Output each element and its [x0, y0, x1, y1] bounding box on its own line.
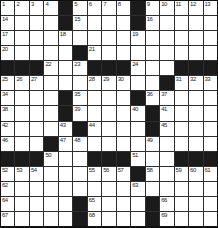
black-cell-r11c14 — [189, 152, 202, 166]
cell-r12c15[interactable]: 61 — [204, 167, 217, 181]
clue-number-37: 37 — [161, 91, 167, 98]
clue-number-26: 26 — [16, 76, 22, 83]
cell-r8c14[interactable] — [189, 106, 202, 120]
black-cell-r5c7 — [88, 61, 101, 75]
cell-r13c15[interactable] — [204, 182, 217, 196]
cell-r6c3[interactable]: 27 — [30, 76, 43, 90]
cell-r10c12[interactable] — [160, 137, 173, 151]
cell-r9c12[interactable]: 45 — [160, 122, 173, 136]
cell-r12c6[interactable] — [73, 167, 86, 181]
black-cell-r8c11 — [146, 106, 159, 120]
clue-number-24: 24 — [132, 61, 138, 68]
clue-number-32: 32 — [190, 76, 196, 83]
cell-r7c12[interactable]: 37 — [160, 91, 173, 105]
clue-number-45: 45 — [161, 122, 167, 129]
cell-r7c15[interactable] — [204, 91, 217, 105]
cell-r3c9[interactable] — [117, 31, 130, 45]
cell-r14c7[interactable]: 65 — [88, 197, 101, 211]
cell-r7c1[interactable]: 34 — [1, 91, 14, 105]
cell-r9c14[interactable] — [189, 122, 202, 136]
clue-number-51: 51 — [132, 152, 138, 159]
cell-r6c15[interactable]: 33 — [204, 76, 217, 90]
cell-r12c5[interactable] — [59, 167, 72, 181]
cell-r1c6[interactable]: 5 — [73, 1, 86, 15]
cell-r3c10[interactable]: 19 — [131, 31, 144, 45]
cell-r13c11[interactable] — [146, 182, 159, 196]
cell-r1c12[interactable]: 10 — [160, 1, 173, 15]
cell-r13c8[interactable] — [102, 182, 115, 196]
cell-r4c14[interactable] — [189, 46, 202, 60]
cell-r2c12[interactable] — [160, 16, 173, 30]
cell-r8c13[interactable] — [175, 106, 188, 120]
cell-r9c8[interactable] — [102, 122, 115, 136]
cell-r14c4[interactable] — [44, 197, 57, 211]
cell-r2c1[interactable]: 14 — [1, 16, 14, 30]
cell-r1c11[interactable]: 9 — [146, 1, 159, 15]
clue-number-14: 14 — [2, 16, 8, 23]
black-cell-r4c6 — [73, 46, 86, 60]
cell-r5c5[interactable] — [59, 61, 72, 75]
cell-r6c11[interactable] — [146, 76, 159, 90]
cell-r2c8[interactable] — [102, 16, 115, 30]
clue-number-22: 22 — [45, 61, 51, 68]
black-cell-r5c14 — [189, 61, 202, 75]
cell-r15c2[interactable] — [15, 212, 28, 226]
clue-number-54: 54 — [31, 167, 37, 174]
cell-r15c5[interactable] — [59, 212, 72, 226]
cell-r6c6[interactable] — [73, 76, 86, 90]
cell-r3c7[interactable] — [88, 31, 101, 45]
cell-r8c8[interactable] — [102, 106, 115, 120]
cell-r10c13[interactable] — [175, 137, 188, 151]
cell-r13c2[interactable] — [15, 182, 28, 196]
cell-r6c7[interactable]: 28 — [88, 76, 101, 90]
black-cell-r9c6 — [73, 122, 86, 136]
clue-number-59: 59 — [176, 167, 182, 174]
black-cell-r2c10 — [131, 16, 144, 30]
cell-r10c15[interactable] — [204, 137, 217, 151]
cell-r4c2[interactable] — [15, 46, 28, 60]
cell-r9c13[interactable] — [175, 122, 188, 136]
clue-number-6: 6 — [89, 1, 92, 8]
cell-r12c2[interactable]: 53 — [15, 167, 28, 181]
clue-number-58: 58 — [147, 167, 153, 174]
cell-r14c1[interactable]: 64 — [1, 197, 14, 211]
cell-r4c13[interactable] — [175, 46, 188, 60]
cell-r6c1[interactable]: 25 — [1, 76, 14, 90]
cell-r3c12[interactable] — [160, 31, 173, 45]
clue-number-44: 44 — [89, 122, 95, 129]
cell-r12c3[interactable]: 54 — [30, 167, 43, 181]
cell-r2c3[interactable] — [30, 16, 43, 30]
cell-r8c3[interactable] — [30, 106, 43, 120]
clue-number-57: 57 — [118, 167, 124, 174]
clue-number-60: 60 — [190, 167, 196, 174]
clue-number-3: 3 — [31, 1, 34, 8]
cell-r7c4[interactable] — [44, 91, 57, 105]
cell-r2c9[interactable] — [117, 16, 130, 30]
black-cell-r5c1 — [1, 61, 14, 75]
cell-r8c1[interactable]: 38 — [1, 106, 14, 120]
cell-r13c9[interactable] — [117, 182, 130, 196]
clue-number-43: 43 — [60, 122, 66, 129]
clue-number-8: 8 — [118, 1, 121, 8]
cell-r4c4[interactable] — [44, 46, 57, 60]
clue-number-4: 4 — [45, 1, 48, 8]
cell-r5c6[interactable]: 23 — [73, 61, 86, 75]
cell-r7c2[interactable] — [15, 91, 28, 105]
black-cell-r5c2 — [15, 61, 28, 75]
cell-r15c8[interactable] — [102, 212, 115, 226]
black-cell-r5c15 — [204, 61, 217, 75]
cell-r14c8[interactable] — [102, 197, 115, 211]
cell-r4c3[interactable] — [30, 46, 43, 60]
cell-r9c2[interactable] — [15, 122, 28, 136]
clue-number-41: 41 — [161, 106, 167, 113]
cell-r4c10[interactable] — [131, 46, 144, 60]
cell-r3c13[interactable] — [175, 31, 188, 45]
cell-r9c10[interactable] — [131, 122, 144, 136]
cell-r12c7[interactable]: 55 — [88, 167, 101, 181]
black-cell-r11c1 — [1, 152, 14, 166]
cell-r6c10[interactable] — [131, 76, 144, 90]
cell-r11c6[interactable] — [73, 152, 86, 166]
cell-r2c6[interactable]: 15 — [73, 16, 86, 30]
cell-r6c8[interactable]: 29 — [102, 76, 115, 90]
cell-r9c15[interactable] — [204, 122, 217, 136]
clue-number-34: 34 — [2, 91, 8, 98]
clue-number-61: 61 — [205, 167, 211, 174]
cell-r1c15[interactable]: 13 — [204, 1, 217, 15]
black-cell-r8c5 — [59, 106, 72, 120]
cell-r10c7[interactable] — [88, 137, 101, 151]
cell-r3c8[interactable] — [102, 31, 115, 45]
cell-r11c5[interactable] — [59, 152, 72, 166]
cell-r7c14[interactable] — [189, 91, 202, 105]
cell-r8c12[interactable]: 41 — [160, 106, 173, 120]
cell-r15c9[interactable] — [117, 212, 130, 226]
cell-r7c9[interactable] — [117, 91, 130, 105]
cell-r5c10[interactable]: 24 — [131, 61, 144, 75]
cell-r4c7[interactable]: 21 — [88, 46, 101, 60]
black-cell-r11c8 — [102, 152, 115, 166]
cell-r15c14[interactable] — [189, 212, 202, 226]
cell-r11c11[interactable] — [146, 152, 159, 166]
cell-r4c8[interactable] — [102, 46, 115, 60]
clue-number-38: 38 — [2, 106, 8, 113]
cell-r15c12[interactable]: 69 — [160, 212, 173, 226]
cell-r4c15[interactable] — [204, 46, 217, 60]
cell-r2c14[interactable] — [189, 16, 202, 30]
cell-r4c11[interactable] — [146, 46, 159, 60]
cell-r12c8[interactable]: 56 — [102, 167, 115, 181]
clue-number-25: 25 — [2, 76, 8, 83]
cell-r13c12[interactable] — [160, 182, 173, 196]
cell-r1c9[interactable]: 8 — [117, 1, 130, 15]
cell-r10c1[interactable]: 46 — [1, 137, 14, 151]
cell-r4c1[interactable]: 20 — [1, 46, 14, 60]
cell-r15c10[interactable] — [131, 212, 144, 226]
clue-number-21: 21 — [89, 46, 95, 53]
cell-r12c13[interactable]: 59 — [175, 167, 188, 181]
cell-r2c2[interactable] — [15, 16, 28, 30]
cell-r11c12[interactable] — [160, 152, 173, 166]
clue-number-1: 1 — [2, 1, 5, 8]
cell-r1c7[interactable]: 6 — [88, 1, 101, 15]
cell-r4c5[interactable] — [59, 46, 72, 60]
clue-number-17: 17 — [2, 31, 8, 38]
cell-r8c6[interactable]: 39 — [73, 106, 86, 120]
cell-r10c9[interactable] — [117, 137, 130, 151]
cell-r12c4[interactable] — [44, 167, 57, 181]
cell-r6c13[interactable]: 31 — [175, 76, 188, 90]
clue-number-52: 52 — [2, 167, 8, 174]
clue-number-63: 63 — [132, 182, 138, 189]
clue-number-50: 50 — [45, 152, 51, 159]
cell-r1c4[interactable]: 4 — [44, 1, 57, 15]
clue-number-62: 62 — [2, 182, 8, 189]
cell-r3c6[interactable] — [73, 31, 86, 45]
cell-r2c4[interactable] — [44, 16, 57, 30]
black-cell-r14c6 — [73, 197, 86, 211]
cell-r14c10[interactable] — [131, 197, 144, 211]
cell-r4c12[interactable] — [160, 46, 173, 60]
cell-r13c10[interactable]: 63 — [131, 182, 144, 196]
cell-r1c1[interactable]: 1 — [1, 1, 14, 15]
cell-r10c5[interactable]: 47 — [59, 137, 72, 151]
clue-number-36: 36 — [147, 91, 153, 98]
cell-r14c5[interactable] — [59, 197, 72, 211]
black-cell-r11c15 — [204, 152, 217, 166]
cell-r15c15[interactable] — [204, 212, 217, 226]
clue-number-31: 31 — [176, 76, 182, 83]
cell-r3c4[interactable] — [44, 31, 57, 45]
cell-r14c3[interactable] — [30, 197, 43, 211]
cell-r3c2[interactable] — [15, 31, 28, 45]
clue-number-15: 15 — [74, 16, 80, 23]
black-cell-r11c2 — [15, 152, 28, 166]
cell-r8c10[interactable]: 40 — [131, 106, 144, 120]
black-cell-r9c11 — [146, 122, 159, 136]
cell-r12c14[interactable]: 60 — [189, 167, 202, 181]
clue-number-2: 2 — [16, 1, 19, 8]
clue-number-18: 18 — [60, 31, 66, 38]
cell-r14c14[interactable] — [189, 197, 202, 211]
cell-r10c8[interactable] — [102, 137, 115, 151]
cell-r15c13[interactable] — [175, 212, 188, 226]
black-cell-r11c9 — [117, 152, 130, 166]
cell-r2c7[interactable] — [88, 16, 101, 30]
cell-r1c2[interactable]: 2 — [15, 1, 28, 15]
black-cell-r5c3 — [30, 61, 43, 75]
cell-r9c9[interactable] — [117, 122, 130, 136]
clue-number-9: 9 — [147, 1, 150, 8]
cell-r13c6[interactable] — [73, 182, 86, 196]
cell-r10c10[interactable] — [131, 137, 144, 151]
cell-r8c9[interactable] — [117, 106, 130, 120]
cell-r13c4[interactable] — [44, 182, 57, 196]
cell-r1c3[interactable]: 3 — [30, 1, 43, 15]
cell-r1c13[interactable]: 11 — [175, 1, 188, 15]
cell-r11c10[interactable]: 51 — [131, 152, 144, 166]
clue-number-53: 53 — [16, 167, 22, 174]
cell-r8c15[interactable] — [204, 106, 217, 120]
black-cell-r11c7 — [88, 152, 101, 166]
clue-number-67: 67 — [2, 212, 8, 219]
cell-r9c7[interactable]: 44 — [88, 122, 101, 136]
cell-r7c13[interactable] — [175, 91, 188, 105]
cell-r1c8[interactable]: 7 — [102, 1, 115, 15]
black-cell-r15c11 — [146, 212, 159, 226]
clue-number-20: 20 — [2, 46, 8, 53]
cell-r7c3[interactable] — [30, 91, 43, 105]
cell-r8c7[interactable] — [88, 106, 101, 120]
clue-number-42: 42 — [2, 122, 8, 129]
clue-number-5: 5 — [74, 1, 77, 8]
cell-r15c1[interactable]: 67 — [1, 212, 14, 226]
clue-number-7: 7 — [103, 1, 106, 8]
cell-r2c13[interactable] — [175, 16, 188, 30]
crossword-board: 1234567891011121314151617181920212223242… — [0, 0, 218, 228]
black-cell-r7c5 — [59, 91, 72, 105]
black-cell-r12c10 — [131, 167, 144, 181]
cell-r10c6[interactable]: 48 — [73, 137, 86, 151]
cell-r9c5[interactable]: 43 — [59, 122, 72, 136]
cell-r15c4[interactable] — [44, 212, 57, 226]
cell-r9c1[interactable]: 42 — [1, 122, 14, 136]
cell-r4c9[interactable] — [117, 46, 130, 60]
cell-r3c15[interactable] — [204, 31, 217, 45]
clue-number-64: 64 — [2, 197, 8, 204]
cell-r3c11[interactable] — [146, 31, 159, 45]
clue-number-19: 19 — [132, 31, 138, 38]
black-cell-r5c8 — [102, 61, 115, 75]
cell-r13c1[interactable]: 62 — [1, 182, 14, 196]
black-cell-r1c10 — [131, 1, 144, 15]
cell-r10c3[interactable] — [30, 137, 43, 151]
cell-r5c4[interactable]: 22 — [44, 61, 57, 75]
cell-r5c11[interactable] — [146, 61, 159, 75]
clue-number-35: 35 — [74, 91, 80, 98]
cell-r6c9[interactable]: 30 — [117, 76, 130, 90]
clue-number-10: 10 — [161, 1, 167, 8]
clue-number-48: 48 — [74, 137, 80, 144]
cell-r8c4[interactable] — [44, 106, 57, 120]
black-cell-r14c11 — [146, 197, 159, 211]
cell-r2c11[interactable]: 16 — [146, 16, 159, 30]
black-cell-r11c3 — [30, 152, 43, 166]
clue-number-12: 12 — [190, 1, 196, 8]
cell-r9c4[interactable] — [44, 122, 57, 136]
clue-number-11: 11 — [176, 1, 181, 8]
clue-number-68: 68 — [89, 212, 95, 219]
cell-r15c7[interactable]: 68 — [88, 212, 101, 226]
cell-r13c13[interactable] — [175, 182, 188, 196]
cell-r15c3[interactable] — [30, 212, 43, 226]
cell-r7c11[interactable]: 36 — [146, 91, 159, 105]
cell-r3c14[interactable] — [189, 31, 202, 45]
clue-number-66: 66 — [161, 197, 167, 204]
cell-r6c5[interactable] — [59, 76, 72, 90]
cell-r12c9[interactable]: 57 — [117, 167, 130, 181]
cell-r7c6[interactable]: 35 — [73, 91, 86, 105]
cell-r13c14[interactable] — [189, 182, 202, 196]
cell-r2c15[interactable] — [204, 16, 217, 30]
clue-number-27: 27 — [31, 76, 37, 83]
cell-r3c3[interactable] — [30, 31, 43, 45]
clue-number-46: 46 — [2, 137, 8, 144]
clue-number-56: 56 — [103, 167, 109, 174]
cell-r12c12[interactable] — [160, 167, 173, 181]
clue-number-47: 47 — [60, 137, 66, 144]
cell-r14c2[interactable] — [15, 197, 28, 211]
cell-r13c5[interactable] — [59, 182, 72, 196]
cell-r3c1[interactable]: 17 — [1, 31, 14, 45]
cell-r7c7[interactable] — [88, 91, 101, 105]
cell-r8c2[interactable] — [15, 106, 28, 120]
cell-r5c12[interactable] — [160, 61, 173, 75]
black-cell-r6c12 — [160, 76, 173, 90]
black-cell-r7c10 — [131, 91, 144, 105]
clue-number-30: 30 — [118, 76, 124, 83]
black-cell-r10c4 — [44, 137, 57, 151]
cell-r10c14[interactable] — [189, 137, 202, 151]
cell-r13c3[interactable] — [30, 182, 43, 196]
black-cell-r5c13 — [175, 61, 188, 75]
black-cell-r5c9 — [117, 61, 130, 75]
cell-r6c4[interactable] — [44, 76, 57, 90]
clue-number-39: 39 — [74, 106, 80, 113]
black-cell-r2c5 — [59, 16, 72, 30]
cell-r14c12[interactable]: 66 — [160, 197, 173, 211]
clue-number-65: 65 — [89, 197, 95, 204]
cell-r14c9[interactable] — [117, 197, 130, 211]
cell-r14c15[interactable] — [204, 197, 217, 211]
clue-number-16: 16 — [147, 16, 153, 23]
clue-number-29: 29 — [103, 76, 109, 83]
clue-number-40: 40 — [132, 106, 138, 113]
clue-number-69: 69 — [161, 212, 167, 219]
cell-r10c11[interactable]: 49 — [146, 137, 159, 151]
black-cell-r11c13 — [175, 152, 188, 166]
clue-number-33: 33 — [205, 76, 211, 83]
cell-r3c5[interactable]: 18 — [59, 31, 72, 45]
cell-r13c7[interactable] — [88, 182, 101, 196]
cell-r7c8[interactable] — [102, 91, 115, 105]
cell-r9c3[interactable] — [30, 122, 43, 136]
clue-number-55: 55 — [89, 167, 95, 174]
cell-r10c2[interactable] — [15, 137, 28, 151]
clue-number-49: 49 — [147, 137, 153, 144]
cell-r12c1[interactable]: 52 — [1, 167, 14, 181]
cell-r1c14[interactable]: 12 — [189, 1, 202, 15]
cell-r6c14[interactable]: 32 — [189, 76, 202, 90]
clue-number-28: 28 — [89, 76, 95, 83]
cell-r14c13[interactable] — [175, 197, 188, 211]
black-cell-r15c6 — [73, 212, 86, 226]
clue-number-23: 23 — [74, 61, 80, 68]
clue-number-13: 13 — [205, 1, 211, 8]
cell-r12c11[interactable]: 58 — [146, 167, 159, 181]
black-cell-r1c5 — [59, 1, 72, 15]
cell-r6c2[interactable]: 26 — [15, 76, 28, 90]
cell-r11c4[interactable]: 50 — [44, 152, 57, 166]
